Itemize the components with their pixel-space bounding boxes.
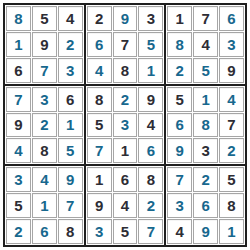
sudoku-cell-r7c9[interactable]: 5 bbox=[219, 167, 244, 192]
sudoku-cell-r1c4[interactable]: 2 bbox=[87, 6, 112, 31]
sudoku-cell-r9c8[interactable]: 9 bbox=[193, 219, 218, 244]
sudoku-cell-r6c4[interactable]: 7 bbox=[87, 138, 112, 163]
sudoku-cell-r2c1[interactable]: 1 bbox=[6, 32, 31, 57]
sudoku-cell-r3c2[interactable]: 7 bbox=[32, 58, 57, 83]
sudoku-cell-r4c1[interactable]: 7 bbox=[6, 87, 31, 112]
sudoku-cell-r1c1[interactable]: 8 bbox=[6, 6, 31, 31]
sudoku-cell-r9c3[interactable]: 8 bbox=[58, 219, 83, 244]
sudoku-cell-r6c2[interactable]: 8 bbox=[32, 138, 57, 163]
sudoku-cell-r6c9[interactable]: 2 bbox=[219, 138, 244, 163]
sudoku-cell-r6c1[interactable]: 4 bbox=[6, 138, 31, 163]
sudoku-page: 8541926732936754811768432597369214858295… bbox=[0, 3, 250, 250]
sudoku-cell-r5c8[interactable]: 8 bbox=[193, 113, 218, 138]
sudoku-cell-r4c5[interactable]: 2 bbox=[113, 87, 138, 112]
sudoku-cell-r2c6[interactable]: 5 bbox=[138, 32, 163, 57]
sudoku-cell-r2c5[interactable]: 7 bbox=[113, 32, 138, 57]
sudoku-cell-r7c3[interactable]: 9 bbox=[58, 167, 83, 192]
sudoku-cell-r3c4[interactable]: 4 bbox=[87, 58, 112, 83]
sudoku-cell-r2c4[interactable]: 6 bbox=[87, 32, 112, 57]
sudoku-cell-r8c1[interactable]: 5 bbox=[6, 193, 31, 218]
sudoku-cell-r6c7[interactable]: 9 bbox=[167, 138, 192, 163]
sudoku-board: 8541926732936754811768432597369214858295… bbox=[3, 3, 247, 247]
sudoku-cell-r5c7[interactable]: 6 bbox=[167, 113, 192, 138]
sudoku-cell-r2c7[interactable]: 8 bbox=[167, 32, 192, 57]
sudoku-box-2: 293675481 bbox=[86, 5, 165, 84]
sudoku-cell-r3c1[interactable]: 6 bbox=[6, 58, 31, 83]
sudoku-cell-r1c9[interactable]: 6 bbox=[219, 6, 244, 31]
sudoku-cell-r1c6[interactable]: 3 bbox=[138, 6, 163, 31]
sudoku-cell-r2c9[interactable]: 3 bbox=[219, 32, 244, 57]
sudoku-cell-r7c4[interactable]: 1 bbox=[87, 167, 112, 192]
sudoku-cell-r7c2[interactable]: 4 bbox=[32, 167, 57, 192]
sudoku-box-1: 854192673 bbox=[5, 5, 84, 84]
sudoku-cell-r3c3[interactable]: 3 bbox=[58, 58, 83, 83]
sudoku-cell-r5c6[interactable]: 4 bbox=[138, 113, 163, 138]
sudoku-cell-r5c9[interactable]: 7 bbox=[219, 113, 244, 138]
sudoku-cell-r3c9[interactable]: 9 bbox=[219, 58, 244, 83]
sudoku-cell-r4c3[interactable]: 6 bbox=[58, 87, 83, 112]
sudoku-cell-r7c7[interactable]: 7 bbox=[167, 167, 192, 192]
sudoku-box-7: 349517268 bbox=[5, 166, 84, 245]
sudoku-cell-r3c8[interactable]: 5 bbox=[193, 58, 218, 83]
sudoku-cell-r9c9[interactable]: 1 bbox=[219, 219, 244, 244]
sudoku-cell-r4c4[interactable]: 8 bbox=[87, 87, 112, 112]
sudoku-cell-r8c5[interactable]: 4 bbox=[113, 193, 138, 218]
sudoku-cell-r3c5[interactable]: 8 bbox=[113, 58, 138, 83]
sudoku-cell-r3c7[interactable]: 2 bbox=[167, 58, 192, 83]
sudoku-cell-r6c8[interactable]: 3 bbox=[193, 138, 218, 163]
sudoku-cell-r9c1[interactable]: 2 bbox=[6, 219, 31, 244]
sudoku-cell-r2c3[interactable]: 2 bbox=[58, 32, 83, 57]
sudoku-box-6: 514687932 bbox=[166, 86, 245, 165]
sudoku-cell-r6c5[interactable]: 1 bbox=[113, 138, 138, 163]
sudoku-cell-r8c3[interactable]: 7 bbox=[58, 193, 83, 218]
sudoku-cell-r1c2[interactable]: 5 bbox=[32, 6, 57, 31]
sudoku-cell-r4c7[interactable]: 5 bbox=[167, 87, 192, 112]
sudoku-cell-r2c2[interactable]: 9 bbox=[32, 32, 57, 57]
sudoku-cell-r9c4[interactable]: 3 bbox=[87, 219, 112, 244]
sudoku-cell-r9c2[interactable]: 6 bbox=[32, 219, 57, 244]
sudoku-box-5: 829534716 bbox=[86, 86, 165, 165]
sudoku-cell-r4c9[interactable]: 4 bbox=[219, 87, 244, 112]
sudoku-box-4: 736921485 bbox=[5, 86, 84, 165]
sudoku-cell-r9c6[interactable]: 7 bbox=[138, 219, 163, 244]
sudoku-cell-r5c1[interactable]: 9 bbox=[6, 113, 31, 138]
sudoku-box-8: 168942357 bbox=[86, 166, 165, 245]
sudoku-cell-r5c2[interactable]: 2 bbox=[32, 113, 57, 138]
sudoku-cell-r1c7[interactable]: 1 bbox=[167, 6, 192, 31]
sudoku-cell-r8c2[interactable]: 1 bbox=[32, 193, 57, 218]
sudoku-cell-r9c7[interactable]: 4 bbox=[167, 219, 192, 244]
sudoku-cell-r8c8[interactable]: 6 bbox=[193, 193, 218, 218]
sudoku-cell-r6c6[interactable]: 6 bbox=[138, 138, 163, 163]
sudoku-cell-r7c1[interactable]: 3 bbox=[6, 167, 31, 192]
sudoku-cell-r2c8[interactable]: 4 bbox=[193, 32, 218, 57]
sudoku-cell-r4c6[interactable]: 9 bbox=[138, 87, 163, 112]
sudoku-cell-r8c9[interactable]: 8 bbox=[219, 193, 244, 218]
sudoku-cell-r1c5[interactable]: 9 bbox=[113, 6, 138, 31]
sudoku-cell-r7c8[interactable]: 2 bbox=[193, 167, 218, 192]
sudoku-box-3: 176843259 bbox=[166, 5, 245, 84]
sudoku-cell-r8c6[interactable]: 2 bbox=[138, 193, 163, 218]
sudoku-cell-r5c5[interactable]: 3 bbox=[113, 113, 138, 138]
sudoku-cell-r5c4[interactable]: 5 bbox=[87, 113, 112, 138]
sudoku-cell-r4c8[interactable]: 1 bbox=[193, 87, 218, 112]
sudoku-cell-r8c7[interactable]: 3 bbox=[167, 193, 192, 218]
sudoku-cell-r5c3[interactable]: 1 bbox=[58, 113, 83, 138]
sudoku-cell-r7c6[interactable]: 8 bbox=[138, 167, 163, 192]
sudoku-cell-r4c2[interactable]: 3 bbox=[32, 87, 57, 112]
sudoku-cell-r1c3[interactable]: 4 bbox=[58, 6, 83, 31]
sudoku-cell-r3c6[interactable]: 1 bbox=[138, 58, 163, 83]
sudoku-cell-r6c3[interactable]: 5 bbox=[58, 138, 83, 163]
sudoku-cell-r9c5[interactable]: 5 bbox=[113, 219, 138, 244]
sudoku-cell-r1c8[interactable]: 7 bbox=[193, 6, 218, 31]
sudoku-cell-r7c5[interactable]: 6 bbox=[113, 167, 138, 192]
sudoku-box-9: 725368491 bbox=[166, 166, 245, 245]
sudoku-cell-r8c4[interactable]: 9 bbox=[87, 193, 112, 218]
